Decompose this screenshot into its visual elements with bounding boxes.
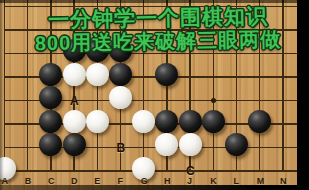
stone-black-f5 (109, 63, 132, 86)
stone-black-h5 (155, 63, 178, 86)
stone-white-d5 (63, 63, 86, 86)
stone-black-k3 (202, 110, 225, 133)
stone-black-l2 (225, 133, 248, 156)
right-letterbox (297, 0, 309, 190)
point-marker-b-f2: B (117, 142, 126, 154)
stone-white-e5 (86, 63, 109, 86)
stone-black-c4 (39, 86, 62, 109)
grid-line-col-a (4, 0, 5, 171)
stone-white-h2 (155, 133, 178, 156)
stone-black-d2 (63, 133, 86, 156)
stone-black-j3 (179, 110, 202, 133)
stone-white-j2 (179, 133, 202, 156)
grid-line-col-b (27, 0, 28, 171)
stone-white-g3 (132, 110, 155, 133)
point-marker-a-d4: A (70, 95, 79, 107)
stone-white-d3 (63, 110, 86, 133)
grid-line-col-n (282, 0, 283, 171)
stone-white-e3 (86, 110, 109, 133)
caption-line-2: 800用送吃来破解三眼两做 (34, 26, 281, 57)
stone-white-f4 (109, 86, 132, 109)
stone-black-c3 (39, 110, 62, 133)
video-frame: ABCABCDEFGHJKLMN 一分钟学一个围棋知识 800用送吃来破解三眼两… (0, 0, 309, 190)
stone-black-c2 (39, 133, 62, 156)
left-edge-shadow (0, 0, 4, 190)
top-letterbox (0, 0, 309, 3)
star-point-k4 (211, 98, 216, 103)
stone-black-h3 (155, 110, 178, 133)
stone-black-c5 (39, 63, 62, 86)
stone-black-m3 (248, 110, 271, 133)
bottom-letterbox (0, 185, 309, 190)
